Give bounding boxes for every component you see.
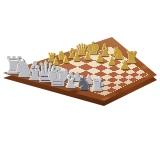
- chess-piece-gold-pawn: ♟: [73, 53, 82, 63]
- chess-piece-gold-pawn: ♟: [95, 53, 105, 64]
- chess-set-photo: ♚♛♝♝♞♞♟♟♜♟♟♜♟♟♟♟♟♟♟♜♟♞♟♟♝♟♛♟♚♝♞♜: [0, 0, 160, 160]
- chess-piece-silver-rook: ♜: [89, 77, 104, 94]
- pieces-layer: ♚♛♝♝♞♞♟♟♜♟♟♜♟♟♟♟♟♟♟♜♟♞♟♟♝♟♛♟♚♝♞♜: [0, 0, 160, 160]
- chess-piece-gold-pawn: ♟: [107, 56, 117, 67]
- chess-piece-gold-pawn: ♟: [120, 59, 131, 71]
- chess-piece-gold-pawn: ♟: [84, 52, 93, 62]
